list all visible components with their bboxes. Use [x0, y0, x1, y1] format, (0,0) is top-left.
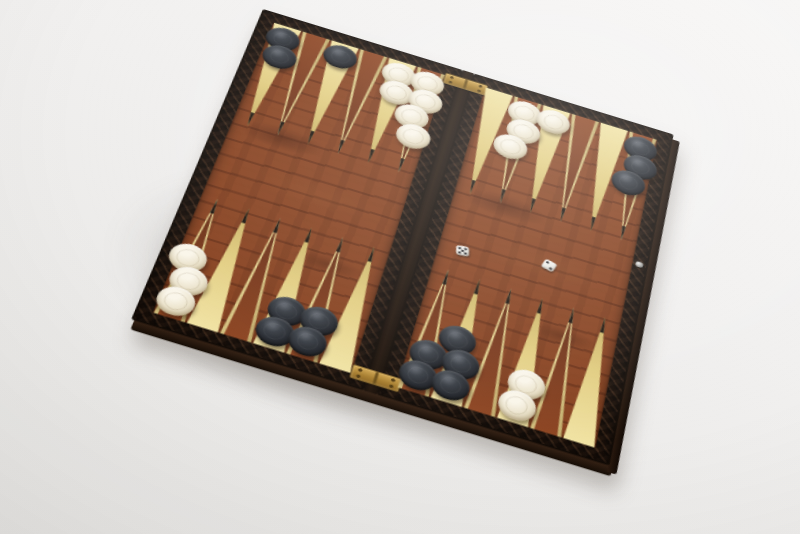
die-pip [548, 267, 551, 270]
die-pip [458, 251, 461, 253]
die-pip [464, 247, 467, 249]
die-1[interactable] [456, 245, 469, 257]
die-pip [464, 252, 467, 254]
die-pip [546, 261, 549, 264]
scene [0, 0, 800, 534]
die-pip [458, 246, 461, 248]
die-pip [461, 249, 464, 251]
